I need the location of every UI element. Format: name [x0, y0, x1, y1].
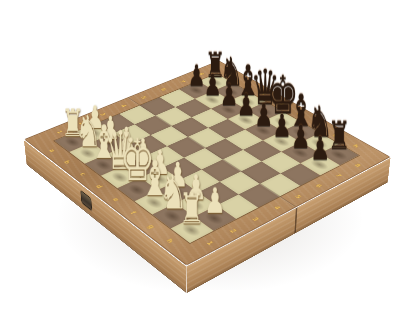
- black-pawn-e7[interactable]: ♟: [254, 99, 273, 130]
- fold-seam-edge: [294, 207, 297, 233]
- black-pawn-g7[interactable]: ♟: [291, 120, 311, 152]
- black-rook-h8[interactable]: ♜: [328, 116, 351, 154]
- white-rook-h1[interactable]: ♜: [179, 187, 205, 230]
- black-pawn-d7[interactable]: ♟: [237, 89, 256, 120]
- black-pawn-h7[interactable]: ♟: [310, 132, 330, 165]
- latch-clasp: [80, 190, 92, 211]
- black-pawn-f7[interactable]: ♟: [272, 110, 291, 142]
- white-pawn-h2[interactable]: ♟: [204, 183, 225, 218]
- black-pawn-c7[interactable]: ♟: [220, 79, 238, 109]
- chess-set-photo: abcdefgh abcdefgh 87654321 87654321 ♜♞♝♛…: [0, 0, 400, 320]
